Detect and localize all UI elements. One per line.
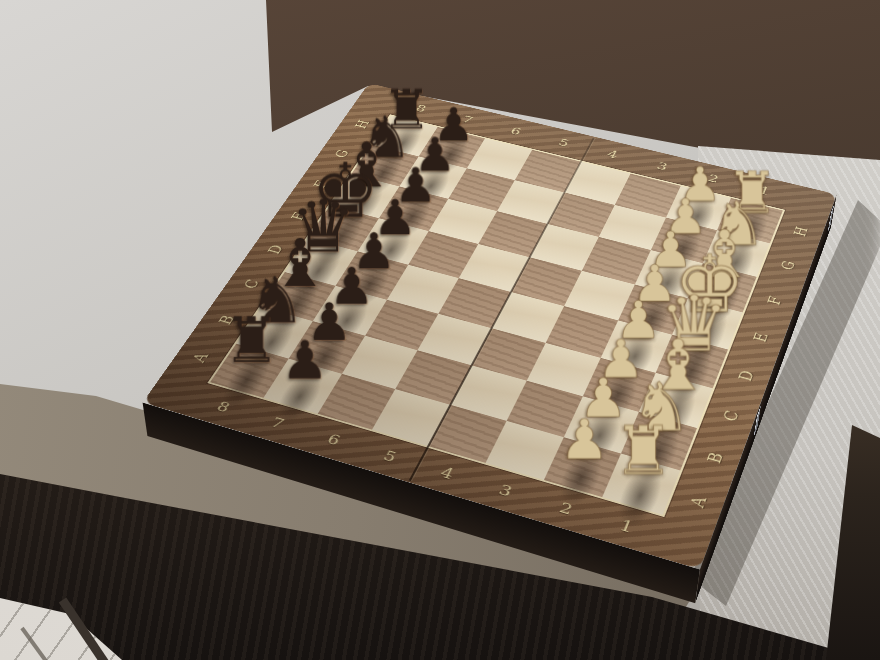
- square-c4: [471, 328, 545, 381]
- square-d4: [492, 292, 564, 343]
- square-a4: [428, 405, 506, 463]
- square-b5: [395, 351, 471, 405]
- square-b4: [450, 366, 526, 421]
- square-a5: [372, 389, 450, 446]
- piece-white-rook-a1: ♜: [599, 418, 688, 485]
- square-c5: [418, 314, 492, 366]
- photo-scene: ABCDEFGH ABCDEFGH 87654321 87654321 ♜♞♝♛…: [0, 0, 880, 660]
- piece-black-pawn-a7: ♟: [262, 334, 346, 387]
